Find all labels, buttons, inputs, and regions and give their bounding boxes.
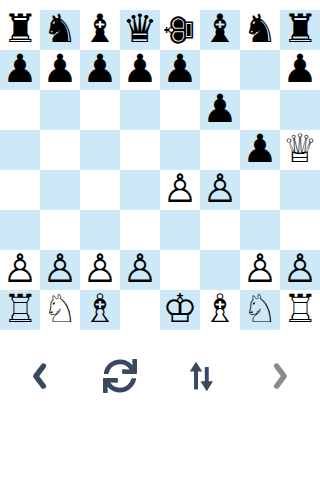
black-bishop-piece: ♝	[203, 9, 238, 49]
black-pawn-piece: ♟	[243, 129, 278, 169]
square-c4[interactable]	[80, 170, 120, 210]
square-g3[interactable]	[240, 210, 280, 250]
square-a5[interactable]	[0, 130, 40, 170]
white-bishop-piece: ♗	[203, 289, 238, 329]
square-g8[interactable]: ♞	[240, 10, 280, 50]
square-g7[interactable]	[240, 50, 280, 90]
white-pawn-piece: ♙	[123, 249, 158, 289]
square-a2[interactable]: ♙	[0, 250, 40, 290]
square-h8[interactable]: ♜	[280, 10, 320, 50]
white-knight-piece: ♘	[43, 289, 78, 329]
refresh-icon	[103, 359, 137, 393]
square-h7[interactable]: ♟	[280, 50, 320, 90]
white-knight-piece: ♘	[243, 289, 278, 329]
black-pawn-piece: ♟	[83, 49, 118, 89]
square-a3[interactable]	[0, 210, 40, 250]
square-c1[interactable]: ♗	[80, 290, 120, 330]
square-f4[interactable]: ♙	[200, 170, 240, 210]
black-pawn-piece: ♟	[283, 49, 318, 89]
square-e1[interactable]: ♔	[160, 290, 200, 330]
square-g4[interactable]	[240, 170, 280, 210]
replay-button[interactable]	[80, 330, 160, 422]
square-e2[interactable]	[160, 250, 200, 290]
white-king-piece: ♔	[163, 289, 198, 329]
square-f5[interactable]	[200, 130, 240, 170]
black-knight-piece: ♞	[243, 9, 278, 49]
square-b3[interactable]	[40, 210, 80, 250]
black-pawn-piece: ♟	[163, 49, 198, 89]
white-pawn-piece: ♙	[283, 249, 318, 289]
square-g5[interactable]: ♟	[240, 130, 280, 170]
up-down-arrows-icon	[187, 359, 214, 393]
square-b6[interactable]	[40, 90, 80, 130]
black-pawn-piece: ♟	[3, 49, 38, 89]
square-h6[interactable]	[280, 90, 320, 130]
white-rook-piece: ♖	[3, 289, 38, 329]
square-f6[interactable]: ♟	[200, 90, 240, 130]
square-g1[interactable]: ♘	[240, 290, 280, 330]
square-d3[interactable]	[120, 210, 160, 250]
square-a6[interactable]	[0, 90, 40, 130]
white-pawn-piece: ♙	[43, 249, 78, 289]
square-h5[interactable]: ♕	[280, 130, 320, 170]
square-b7[interactable]: ♟	[40, 50, 80, 90]
square-e3[interactable]	[160, 210, 200, 250]
square-c5[interactable]	[80, 130, 120, 170]
chess-board[interactable]: ♜♞♝♛♚♝♞♜♟♟♟♟♟♟♟♟♕♙♙♙♙♙♙♙♙♖♘♗♔♗♘♖	[0, 10, 320, 330]
square-f2[interactable]	[200, 250, 240, 290]
square-g2[interactable]: ♙	[240, 250, 280, 290]
square-d1[interactable]	[120, 290, 160, 330]
black-bishop-piece: ♝	[83, 9, 118, 49]
black-rook-piece: ♜	[3, 9, 38, 49]
square-b4[interactable]	[40, 170, 80, 210]
square-a7[interactable]: ♟	[0, 50, 40, 90]
square-h1[interactable]: ♖	[280, 290, 320, 330]
square-d4[interactable]	[120, 170, 160, 210]
square-d7[interactable]: ♟	[120, 50, 160, 90]
square-d8[interactable]: ♛	[120, 10, 160, 50]
square-d2[interactable]: ♙	[120, 250, 160, 290]
square-a8[interactable]: ♜	[0, 10, 40, 50]
square-c6[interactable]	[80, 90, 120, 130]
black-pawn-piece: ♟	[123, 49, 158, 89]
square-e4[interactable]: ♙	[160, 170, 200, 210]
black-pawn-piece: ♟	[203, 89, 238, 129]
square-c2[interactable]: ♙	[80, 250, 120, 290]
square-f8[interactable]: ♝	[200, 10, 240, 50]
square-g6[interactable]	[240, 90, 280, 130]
square-f3[interactable]	[200, 210, 240, 250]
chevron-right-icon	[270, 361, 290, 391]
square-h4[interactable]	[280, 170, 320, 210]
square-e7[interactable]: ♟	[160, 50, 200, 90]
white-pawn-piece: ♙	[83, 249, 118, 289]
square-b8[interactable]: ♞	[40, 10, 80, 50]
square-b1[interactable]: ♘	[40, 290, 80, 330]
square-e8[interactable]: ♚	[160, 10, 200, 50]
square-h3[interactable]	[280, 210, 320, 250]
white-pawn-piece: ♙	[3, 249, 38, 289]
white-pawn-piece: ♙	[243, 249, 278, 289]
square-f1[interactable]: ♗	[200, 290, 240, 330]
square-a4[interactable]	[0, 170, 40, 210]
white-pawn-piece: ♙	[163, 169, 198, 209]
square-c8[interactable]: ♝	[80, 10, 120, 50]
white-bishop-piece: ♗	[83, 289, 118, 329]
white-pawn-piece: ♙	[203, 169, 238, 209]
black-rook-piece: ♜	[283, 9, 318, 49]
back-button[interactable]	[0, 330, 80, 422]
black-king-piece: ♚	[160, 13, 200, 48]
flip-board-button[interactable]	[160, 330, 240, 422]
black-queen-piece: ♛	[123, 9, 158, 49]
square-e5[interactable]	[160, 130, 200, 170]
square-d6[interactable]	[120, 90, 160, 130]
square-c3[interactable]	[80, 210, 120, 250]
square-c7[interactable]: ♟	[80, 50, 120, 90]
black-pawn-piece: ♟	[43, 49, 78, 89]
move-toolbar	[0, 330, 320, 422]
chevron-left-icon	[30, 361, 50, 391]
white-rook-piece: ♖	[283, 289, 318, 329]
white-queen-piece: ♕	[283, 129, 318, 169]
square-e6[interactable]	[160, 90, 200, 130]
square-b2[interactable]: ♙	[40, 250, 80, 290]
square-f7[interactable]	[200, 50, 240, 90]
square-b5[interactable]	[40, 130, 80, 170]
forward-button[interactable]	[240, 330, 320, 422]
square-h2[interactable]: ♙	[280, 250, 320, 290]
square-d5[interactable]	[120, 130, 160, 170]
square-a1[interactable]: ♖	[0, 290, 40, 330]
black-knight-piece: ♞	[43, 9, 78, 49]
